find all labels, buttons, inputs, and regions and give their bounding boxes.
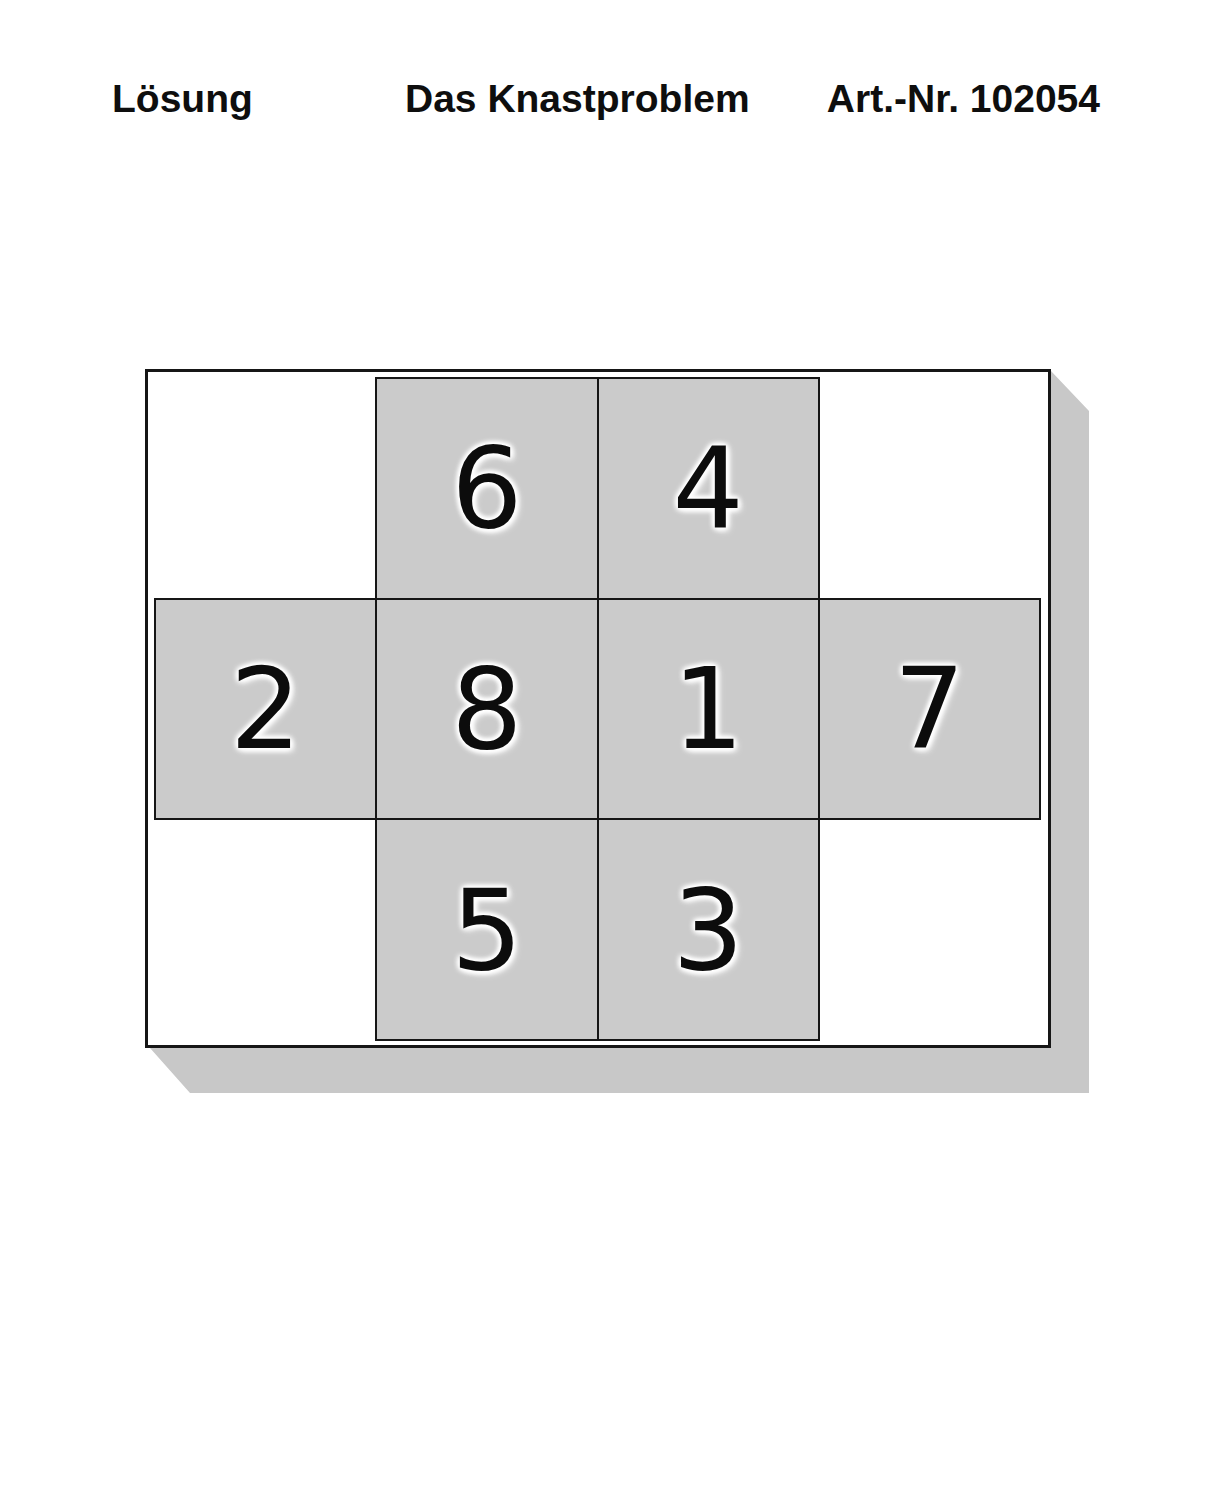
cell-r3c2: 5 xyxy=(376,819,597,1040)
cell-r2c1: 2 xyxy=(155,599,376,820)
article-number: Art.-Nr. 102054 xyxy=(827,79,1100,119)
page-title: Das Knastproblem xyxy=(405,79,750,119)
cell-r2c3: 1 xyxy=(598,599,819,820)
cell-r2c2: 8 xyxy=(376,599,597,820)
cell-r1c3: 4 xyxy=(598,378,819,599)
solution-label: Lösung xyxy=(112,79,253,119)
puzzle-grid: 6 4 2 8 1 7 5 3 xyxy=(155,378,1040,1040)
solution-sheet: { "header": { "solution_label": "Lösung"… xyxy=(0,0,1205,1500)
cell-r3c3: 3 xyxy=(598,819,819,1040)
puzzle-card: 6 4 2 8 1 7 5 3 xyxy=(145,369,1051,1048)
cell-r2c4: 7 xyxy=(819,599,1040,820)
cell-r1c2: 6 xyxy=(376,378,597,599)
